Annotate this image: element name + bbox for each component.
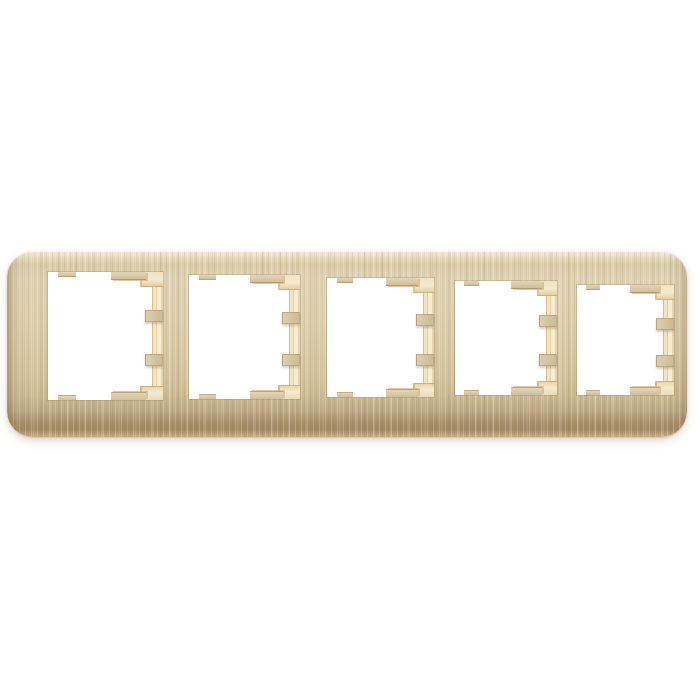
latch-tab-bottom-small — [199, 394, 216, 399]
window-opening-1 — [48, 272, 163, 400]
ivory-inner-wall — [546, 281, 557, 395]
latch-tab-bottom-main — [111, 392, 146, 400]
latch-tab-right-upper — [656, 318, 674, 330]
latch-tab-right-upper — [539, 315, 557, 327]
latch-tab-top-small — [464, 281, 479, 286]
window-opening-4 — [455, 281, 557, 395]
window-opening-2 — [189, 275, 300, 399]
latch-tab-right-lower — [416, 354, 434, 366]
latch-tab-bottom-main — [250, 391, 283, 399]
latch-tab-bottom-small — [464, 390, 479, 395]
latch-tab-bottom-small — [586, 390, 601, 395]
latch-tab-bottom-main — [630, 387, 659, 395]
latch-tab-bottom-main — [511, 387, 542, 395]
latch-tab-right-lower — [656, 355, 674, 367]
ivory-inner-wall — [152, 272, 163, 400]
product-photo — [0, 0, 700, 700]
latch-tab-right-lower — [145, 354, 163, 366]
latch-tab-top-main — [250, 275, 283, 283]
latch-tab-right-upper — [145, 310, 163, 322]
ivory-inner-wall — [289, 275, 300, 399]
latch-tab-top-small — [337, 278, 353, 283]
latch-tab-top-small — [58, 272, 75, 277]
latch-tab-top-small — [199, 275, 216, 280]
latch-tab-bottom-small — [58, 395, 75, 400]
switch-frame — [7, 251, 687, 437]
latch-tab-bottom-small — [337, 392, 353, 397]
latch-tab-bottom-main — [386, 389, 418, 397]
latch-tab-top-main — [386, 278, 418, 286]
latch-tab-right-upper — [282, 312, 300, 324]
latch-tab-right-upper — [416, 314, 434, 326]
window-opening-3 — [327, 278, 434, 397]
latch-tab-top-main — [111, 272, 146, 280]
latch-tab-top-main — [511, 281, 542, 289]
latch-tab-top-main — [630, 285, 659, 293]
latch-tab-right-lower — [282, 354, 300, 366]
latch-tab-top-small — [586, 285, 601, 290]
ivory-inner-wall — [423, 278, 434, 397]
window-opening-5 — [577, 285, 674, 395]
ivory-inner-wall — [663, 285, 674, 395]
latch-tab-right-lower — [539, 354, 557, 366]
